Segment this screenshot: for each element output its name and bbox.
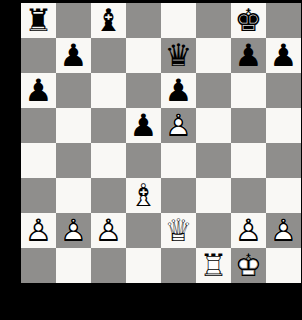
piece-white-king: ♚♔ [231,248,266,283]
chess-diagram-frame: { "game": "chess", "position": { "fen": … [0,0,302,320]
square-h2[interactable]: ♟♙ [266,213,301,248]
square-c2[interactable]: ♟♙ [91,213,126,248]
square-e3[interactable] [161,178,196,213]
square-h8[interactable] [266,3,301,38]
square-g4[interactable] [231,143,266,178]
square-e5[interactable]: ♟♙ [161,108,196,143]
black-pawn-icon: ♟ [56,38,91,73]
square-d7[interactable] [126,38,161,73]
chess-board: ♜♝♚♟♛♟♟♟♟♟♟♙♝♗♟♙♟♙♟♙♛♕♟♙♟♙♜♖♚♔ [21,3,301,283]
square-d5[interactable]: ♟ [126,108,161,143]
black-pawn-icon: ♟ [126,108,161,143]
square-d8[interactable] [126,3,161,38]
square-b6[interactable] [56,73,91,108]
piece-black-pawn: ♟ [126,108,161,143]
square-a7[interactable] [21,38,56,73]
white-pawn-icon: ♙ [21,213,56,248]
square-h3[interactable] [266,178,301,213]
square-c3[interactable] [91,178,126,213]
white-king-icon: ♔ [231,248,266,283]
white-pawn-icon: ♙ [91,213,126,248]
square-c7[interactable] [91,38,126,73]
black-pawn-icon: ♟ [266,38,301,73]
piece-white-pawn: ♟♙ [91,213,126,248]
square-b3[interactable] [56,178,91,213]
square-g3[interactable] [231,178,266,213]
piece-white-pawn: ♟♙ [21,213,56,248]
square-h7[interactable]: ♟ [266,38,301,73]
square-a8[interactable]: ♜ [21,3,56,38]
piece-white-pawn: ♟♙ [231,213,266,248]
square-e1[interactable] [161,248,196,283]
square-h6[interactable] [266,73,301,108]
square-b8[interactable] [56,3,91,38]
white-bishop-icon: ♗ [126,178,161,213]
piece-white-pawn: ♟♙ [56,213,91,248]
square-a3[interactable] [21,178,56,213]
black-queen-icon: ♛ [161,38,196,73]
square-h4[interactable] [266,143,301,178]
square-f5[interactable] [196,108,231,143]
square-d2[interactable] [126,213,161,248]
black-king-icon: ♚ [231,3,266,38]
white-pawn-icon: ♙ [231,213,266,248]
square-g5[interactable] [231,108,266,143]
square-h1[interactable] [266,248,301,283]
square-g1[interactable]: ♚♔ [231,248,266,283]
square-e8[interactable] [161,3,196,38]
square-d4[interactable] [126,143,161,178]
piece-black-queen: ♛ [161,38,196,73]
white-rook-icon: ♖ [196,248,231,283]
square-a6[interactable]: ♟ [21,73,56,108]
piece-black-pawn: ♟ [231,38,266,73]
square-e4[interactable] [161,143,196,178]
square-g8[interactable]: ♚ [231,3,266,38]
square-b4[interactable] [56,143,91,178]
square-a5[interactable] [21,108,56,143]
square-g6[interactable] [231,73,266,108]
piece-black-rook: ♜ [21,3,56,38]
piece-white-rook: ♜♖ [196,248,231,283]
white-pawn-icon: ♙ [161,108,196,143]
white-queen-icon: ♕ [161,213,196,248]
piece-white-bishop: ♝♗ [126,178,161,213]
square-b1[interactable] [56,248,91,283]
square-f3[interactable] [196,178,231,213]
square-f4[interactable] [196,143,231,178]
piece-black-bishop: ♝ [91,3,126,38]
square-d1[interactable] [126,248,161,283]
black-pawn-icon: ♟ [231,38,266,73]
white-pawn-icon: ♙ [266,213,301,248]
square-f6[interactable] [196,73,231,108]
white-pawn-icon: ♙ [56,213,91,248]
square-d3[interactable]: ♝♗ [126,178,161,213]
piece-black-pawn: ♟ [56,38,91,73]
square-f7[interactable] [196,38,231,73]
piece-black-pawn: ♟ [161,73,196,108]
square-e7[interactable]: ♛ [161,38,196,73]
piece-black-pawn: ♟ [21,73,56,108]
square-a1[interactable] [21,248,56,283]
square-g7[interactable]: ♟ [231,38,266,73]
square-a2[interactable]: ♟♙ [21,213,56,248]
black-rook-icon: ♜ [21,3,56,38]
square-b5[interactable] [56,108,91,143]
square-h5[interactable] [266,108,301,143]
square-a4[interactable] [21,143,56,178]
black-bishop-icon: ♝ [91,3,126,38]
square-d6[interactable] [126,73,161,108]
piece-white-pawn: ♟♙ [266,213,301,248]
black-pawn-icon: ♟ [21,73,56,108]
square-c5[interactable] [91,108,126,143]
piece-white-queen: ♛♕ [161,213,196,248]
piece-black-pawn: ♟ [266,38,301,73]
square-f1[interactable]: ♜♖ [196,248,231,283]
square-b2[interactable]: ♟♙ [56,213,91,248]
square-c8[interactable]: ♝ [91,3,126,38]
square-c1[interactable] [91,248,126,283]
black-pawn-icon: ♟ [161,73,196,108]
square-e6[interactable]: ♟ [161,73,196,108]
square-f2[interactable] [196,213,231,248]
square-e2[interactable]: ♛♕ [161,213,196,248]
square-c6[interactable] [91,73,126,108]
square-c4[interactable] [91,143,126,178]
piece-white-pawn: ♟♙ [161,108,196,143]
square-b7[interactable]: ♟ [56,38,91,73]
square-g2[interactable]: ♟♙ [231,213,266,248]
square-f8[interactable] [196,3,231,38]
piece-black-king: ♚ [231,3,266,38]
